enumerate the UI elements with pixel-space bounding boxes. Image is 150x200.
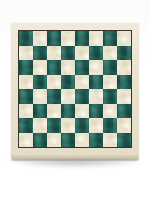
square-r8c3 [47, 133, 61, 148]
square-r1c2 [33, 31, 47, 46]
square-r8c5 [75, 133, 89, 148]
square-r4c6 [89, 75, 103, 90]
square-r3c7 [103, 60, 117, 75]
chess-board [11, 23, 139, 160]
square-r8c6 [89, 133, 103, 148]
square-r8c2 [33, 133, 47, 148]
square-r8c4 [61, 133, 75, 148]
square-r2c5 [75, 46, 89, 61]
square-r8c8 [117, 133, 131, 148]
square-r6c5 [75, 104, 89, 119]
square-r1c1 [19, 31, 33, 46]
square-r1c5 [75, 31, 89, 46]
square-r6c4 [61, 104, 75, 119]
square-r7c2 [33, 118, 47, 133]
square-r4c7 [103, 75, 117, 90]
square-r3c4 [61, 60, 75, 75]
square-r4c8 [117, 75, 131, 90]
square-r3c3 [47, 60, 61, 75]
square-r7c6 [89, 118, 103, 133]
board-frame [11, 23, 139, 155]
square-r5c1 [19, 89, 33, 104]
square-r5c4 [61, 89, 75, 104]
square-r7c1 [19, 118, 33, 133]
square-r2c4 [61, 46, 75, 61]
square-r5c5 [75, 89, 89, 104]
square-r2c6 [89, 46, 103, 61]
square-r2c8 [117, 46, 131, 61]
board-grid [18, 30, 132, 148]
square-r1c3 [47, 31, 61, 46]
square-r6c8 [117, 104, 131, 119]
square-r3c6 [89, 60, 103, 75]
square-r6c2 [33, 104, 47, 119]
square-r7c4 [61, 118, 75, 133]
square-r4c2 [33, 75, 47, 90]
square-r3c8 [117, 60, 131, 75]
square-r3c1 [19, 60, 33, 75]
square-r4c4 [61, 75, 75, 90]
square-r2c7 [103, 46, 117, 61]
square-r2c1 [19, 46, 33, 61]
square-r7c5 [75, 118, 89, 133]
square-r7c7 [103, 118, 117, 133]
square-r6c3 [47, 104, 61, 119]
square-r8c1 [19, 133, 33, 148]
square-r1c4 [61, 31, 75, 46]
square-r5c7 [103, 89, 117, 104]
square-r7c8 [117, 118, 131, 133]
square-r5c3 [47, 89, 61, 104]
square-r2c3 [47, 46, 61, 61]
square-r1c6 [89, 31, 103, 46]
board-shadow [8, 160, 142, 168]
square-r6c6 [89, 104, 103, 119]
square-r6c7 [103, 104, 117, 119]
square-r1c7 [103, 31, 117, 46]
square-r7c3 [47, 118, 61, 133]
square-r5c2 [33, 89, 47, 104]
square-r3c2 [33, 60, 47, 75]
square-r4c5 [75, 75, 89, 90]
square-r4c3 [47, 75, 61, 90]
product-photo [0, 0, 150, 200]
square-r4c1 [19, 75, 33, 90]
square-r2c2 [33, 46, 47, 61]
square-r6c1 [19, 104, 33, 119]
square-r5c6 [89, 89, 103, 104]
square-r5c8 [117, 89, 131, 104]
square-r1c8 [117, 31, 131, 46]
square-r3c5 [75, 60, 89, 75]
square-r8c7 [103, 133, 117, 148]
